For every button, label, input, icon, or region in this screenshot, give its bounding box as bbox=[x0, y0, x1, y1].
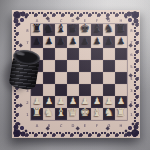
square-e7[interactable]: ♟ bbox=[79, 36, 91, 48]
black-queen-d8[interactable]: ♛ bbox=[68, 23, 78, 35]
rank-label-left-1: 1 bbox=[25, 110, 29, 117]
square-b4[interactable] bbox=[43, 72, 55, 84]
ornate-corner-bottom-left bbox=[13, 121, 29, 137]
white-bishop-f1[interactable]: ♝ bbox=[92, 107, 102, 119]
rank-label-left-7: 7 bbox=[25, 38, 29, 45]
rank-label-left-2: 2 bbox=[25, 98, 29, 105]
border-motif bbox=[105, 16, 110, 21]
border-motif bbox=[18, 43, 23, 48]
black-pawn-g7[interactable]: ♟ bbox=[105, 35, 113, 47]
square-a7[interactable]: ♟ bbox=[31, 36, 43, 48]
ornate-corner-top-left bbox=[13, 11, 29, 27]
white-rook-h1[interactable]: ♜ bbox=[116, 107, 126, 119]
ornate-border-right bbox=[133, 11, 139, 137]
black-rook-h8[interactable]: ♜ bbox=[116, 23, 126, 35]
square-b6[interactable] bbox=[43, 48, 55, 60]
ornate-corner-bottom-right bbox=[123, 121, 139, 137]
square-f4[interactable] bbox=[91, 72, 103, 84]
file-label-bottom-e: E bbox=[81, 123, 88, 127]
black-knight-b8[interactable]: ♞ bbox=[44, 23, 54, 35]
white-knight-b1[interactable]: ♞ bbox=[44, 107, 54, 119]
black-pawn-c7[interactable]: ♟ bbox=[57, 35, 65, 47]
chess-board[interactable]: ♜♞♝♛♚♝♞♜♟♟♟♟♟♟♟♟♟♟♟♟♟♟♟♟♜♞♝♛♚♝♞♜ bbox=[31, 24, 127, 120]
square-g4[interactable] bbox=[103, 72, 115, 84]
square-e1[interactable]: ♚ bbox=[79, 108, 91, 120]
square-c6[interactable] bbox=[55, 48, 67, 60]
rank-label-left-8: 8 bbox=[25, 26, 29, 33]
white-queen-d1[interactable]: ♛ bbox=[68, 107, 78, 119]
square-g1[interactable]: ♞ bbox=[103, 108, 115, 120]
white-bishop-c1[interactable]: ♝ bbox=[56, 107, 66, 119]
square-e4[interactable] bbox=[79, 72, 91, 84]
square-d4[interactable] bbox=[67, 72, 79, 84]
border-motif bbox=[75, 16, 80, 21]
square-g7[interactable]: ♟ bbox=[103, 36, 115, 48]
file-label-bottom-a: A bbox=[33, 123, 40, 127]
white-rook-a1[interactable]: ♜ bbox=[32, 107, 42, 119]
black-rook-a8[interactable]: ♜ bbox=[32, 23, 42, 35]
square-f7[interactable]: ♟ bbox=[91, 36, 103, 48]
black-pawn-f7[interactable]: ♟ bbox=[93, 35, 101, 47]
square-h6[interactable] bbox=[115, 48, 127, 60]
square-g5[interactable] bbox=[103, 60, 115, 72]
square-d5[interactable] bbox=[67, 60, 79, 72]
square-e5[interactable] bbox=[79, 60, 91, 72]
black-king-e8[interactable]: ♚ bbox=[80, 23, 90, 35]
square-h5[interactable] bbox=[115, 60, 127, 72]
black-pawn-a7[interactable]: ♟ bbox=[33, 35, 41, 47]
border-motif bbox=[18, 103, 23, 108]
black-ribbed-cup bbox=[8, 50, 40, 91]
black-knight-g8[interactable]: ♞ bbox=[104, 23, 114, 35]
square-a1[interactable]: ♜ bbox=[31, 108, 43, 120]
chess-table-photo: ABCDEFGH ABCDEFGH 87654321 87654321 ♜♞♝♛… bbox=[0, 0, 150, 150]
black-bishop-f8[interactable]: ♝ bbox=[92, 23, 102, 35]
square-d7[interactable]: ♟ bbox=[67, 36, 79, 48]
square-b7[interactable]: ♟ bbox=[43, 36, 55, 48]
square-c4[interactable] bbox=[55, 72, 67, 84]
square-c5[interactable] bbox=[55, 60, 67, 72]
square-h4[interactable] bbox=[115, 72, 127, 84]
black-pawn-e7[interactable]: ♟ bbox=[81, 35, 89, 47]
file-label-bottom-c: C bbox=[57, 123, 64, 127]
square-f6[interactable] bbox=[91, 48, 103, 60]
square-h1[interactable]: ♜ bbox=[115, 108, 127, 120]
border-motif bbox=[45, 16, 50, 21]
square-f1[interactable]: ♝ bbox=[91, 108, 103, 120]
square-g6[interactable] bbox=[103, 48, 115, 60]
square-d1[interactable]: ♛ bbox=[67, 108, 79, 120]
square-d6[interactable] bbox=[67, 48, 79, 60]
black-bishop-c8[interactable]: ♝ bbox=[56, 23, 66, 35]
black-pawn-h7[interactable]: ♟ bbox=[117, 35, 125, 47]
square-b1[interactable]: ♞ bbox=[43, 108, 55, 120]
square-c7[interactable]: ♟ bbox=[55, 36, 67, 48]
black-pawn-d7[interactable]: ♟ bbox=[69, 35, 77, 47]
black-pawn-b7[interactable]: ♟ bbox=[45, 35, 53, 47]
white-knight-g1[interactable]: ♞ bbox=[104, 107, 114, 119]
square-f5[interactable] bbox=[91, 60, 103, 72]
square-b5[interactable] bbox=[43, 60, 55, 72]
file-label-bottom-f: F bbox=[93, 123, 100, 127]
square-h7[interactable]: ♟ bbox=[115, 36, 127, 48]
white-king-e1[interactable]: ♚ bbox=[80, 107, 90, 119]
square-e6[interactable] bbox=[79, 48, 91, 60]
square-c1[interactable]: ♝ bbox=[55, 108, 67, 120]
ornate-border-bottom bbox=[13, 131, 139, 137]
